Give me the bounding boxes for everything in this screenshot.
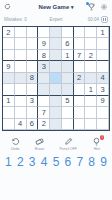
cell-r1c6[interactable]	[62, 27, 74, 38]
cell-r7c7[interactable]	[74, 96, 86, 107]
undo-button[interactable]: Undo	[11, 137, 20, 151]
cell-r7c1[interactable]: 1	[3, 96, 15, 107]
cell-r4c7[interactable]	[74, 61, 86, 72]
cell-r7c5[interactable]	[50, 96, 62, 107]
erase-label: Erase	[35, 147, 44, 151]
hint-button[interactable]: 1 Hint	[92, 137, 101, 151]
cell-r7c8[interactable]	[85, 96, 97, 107]
numpad-7[interactable]: 7	[76, 156, 83, 168]
cell-r4c1[interactable]: 9	[3, 61, 15, 72]
cell-r9c4[interactable]: 2	[38, 119, 50, 130]
cell-r1c4[interactable]	[38, 27, 50, 38]
cell-r8c6[interactable]	[62, 107, 74, 118]
cell-r9c1[interactable]	[3, 119, 15, 130]
cell-r3c1[interactable]	[3, 50, 15, 61]
cell-r9c5[interactable]	[50, 119, 62, 130]
cell-r9c6[interactable]	[62, 119, 74, 130]
cell-r3c7[interactable]: 7	[74, 50, 86, 61]
cell-r2c6[interactable]: 6	[62, 38, 74, 49]
top-bar: New Game ▾	[0, 0, 112, 13]
numpad-3[interactable]: 3	[29, 156, 36, 168]
difficulty-label: Expert	[40, 17, 72, 22]
cell-r7c2[interactable]	[15, 96, 27, 107]
page-title: New Game	[39, 4, 70, 10]
cell-r2c8[interactable]	[85, 38, 97, 49]
mistakes-counter: Mistakes: 0	[4, 17, 40, 22]
notification-dot	[86, 2, 89, 5]
cell-r6c7[interactable]	[74, 84, 86, 95]
numpad-1[interactable]: 1	[5, 156, 12, 168]
cell-r6c5[interactable]	[50, 84, 62, 95]
trophy-icon[interactable]	[88, 3, 95, 11]
cell-r3c5[interactable]	[50, 50, 62, 61]
pencil-button[interactable]: Pencil OFF	[59, 137, 77, 151]
cell-r5c1[interactable]	[3, 73, 15, 84]
cell-r5c6[interactable]	[62, 73, 74, 84]
cell-r4c6[interactable]	[62, 61, 74, 72]
cell-r3c2[interactable]	[15, 50, 27, 61]
cell-r7c6[interactable]: 5	[62, 96, 74, 107]
cell-r1c1[interactable]: 2	[3, 27, 15, 38]
cell-r1c3[interactable]	[27, 27, 39, 38]
cell-r2c7[interactable]	[74, 38, 86, 49]
cell-r7c9[interactable]: 9	[97, 96, 109, 107]
numpad-9[interactable]: 9	[100, 156, 107, 168]
timer: 00:04	[88, 17, 99, 22]
cell-r6c3[interactable]	[27, 84, 39, 95]
cell-r2c3[interactable]	[27, 38, 39, 49]
cell-r5c9[interactable]: 4	[97, 73, 109, 84]
cell-r6c6[interactable]	[62, 84, 74, 95]
cell-r6c4[interactable]	[38, 84, 50, 95]
undo-label: Undo	[11, 147, 19, 151]
cell-r9c2[interactable]: 4	[15, 119, 27, 130]
pencil-label: Pencil OFF	[59, 147, 77, 151]
cell-r1c8[interactable]	[85, 27, 97, 38]
cell-r1c5[interactable]	[50, 27, 62, 38]
cell-r8c9[interactable]	[97, 107, 109, 118]
cell-r6c8[interactable]: 1	[85, 84, 97, 95]
undo-icon	[11, 137, 20, 146]
numpad-4[interactable]: 4	[41, 156, 48, 168]
cell-r1c2[interactable]	[15, 27, 27, 38]
back-icon[interactable]	[4, 3, 11, 10]
cell-r2c1[interactable]	[3, 38, 15, 49]
cell-r8c7[interactable]	[74, 107, 86, 118]
cell-r4c9[interactable]	[97, 61, 109, 72]
cell-r8c3[interactable]	[27, 107, 39, 118]
cell-r2c5[interactable]	[50, 38, 62, 49]
status-row: Mistakes: 0 Expert 00:04	[0, 13, 112, 25]
cell-r5c7[interactable]: 2	[74, 73, 86, 84]
numpad-5[interactable]: 5	[53, 156, 60, 168]
cell-r9c8[interactable]	[85, 119, 97, 130]
cell-r8c1[interactable]	[3, 107, 15, 118]
pause-button[interactable]	[101, 16, 108, 23]
sudoku-app: New Game ▾ Mi	[0, 0, 112, 200]
numpad-8[interactable]: 8	[88, 156, 95, 168]
cell-r4c2[interactable]	[15, 61, 27, 72]
toolbar: Undo Erase Pencil OFF 1 Hint	[0, 137, 112, 151]
eraser-icon	[35, 137, 44, 146]
cell-r9c9[interactable]	[97, 119, 109, 130]
cell-r5c2[interactable]	[15, 73, 27, 84]
cell-r3c6[interactable]: 1	[62, 50, 74, 61]
numpad-2[interactable]: 2	[17, 156, 24, 168]
cell-r3c9[interactable]	[97, 50, 109, 61]
cell-r1c9[interactable]: 1	[97, 27, 109, 38]
cell-r4c4[interactable]: 3	[38, 61, 50, 72]
cell-r4c8[interactable]	[85, 61, 97, 72]
numpad-6[interactable]: 6	[65, 156, 72, 168]
cell-r4c5[interactable]	[50, 61, 62, 72]
cell-r8c4[interactable]: 7	[38, 107, 50, 118]
pencil-icon	[64, 137, 73, 146]
hint-badge: 1	[100, 135, 105, 140]
cell-r3c3[interactable]	[27, 50, 39, 61]
cell-r4c3[interactable]	[27, 61, 39, 72]
cell-r5c8[interactable]	[85, 73, 97, 84]
cell-r2c4[interactable]: 9	[38, 38, 50, 49]
cell-r8c8[interactable]	[85, 107, 97, 118]
erase-button[interactable]: Erase	[35, 137, 44, 151]
cell-r7c3[interactable]: 3	[27, 96, 39, 107]
cell-r5c4[interactable]	[38, 73, 50, 84]
sudoku-board: 21968172938241313597462	[2, 26, 110, 131]
new-game-dropdown[interactable]: New Game ▾	[28, 4, 84, 10]
number-pad: 123456789	[0, 156, 112, 168]
cell-r9c7[interactable]	[74, 119, 86, 130]
hint-label: Hint	[94, 147, 100, 151]
cell-r9c3[interactable]: 6	[27, 119, 39, 130]
cell-r6c2[interactable]	[15, 84, 27, 95]
cell-r1c7[interactable]	[74, 27, 86, 38]
chevron-down-icon: ▾	[71, 4, 74, 10]
cell-r6c1[interactable]	[3, 84, 15, 95]
cell-r3c4[interactable]: 8	[38, 50, 50, 61]
cell-r8c5[interactable]	[50, 107, 62, 118]
gear-icon[interactable]	[100, 3, 108, 11]
cell-r5c3[interactable]: 8	[27, 73, 39, 84]
cell-r2c9[interactable]	[97, 38, 109, 49]
cell-r7c4[interactable]	[38, 96, 50, 107]
cell-r2c2[interactable]	[15, 38, 27, 49]
cell-r5c5[interactable]	[50, 73, 62, 84]
cell-r3c8[interactable]: 2	[85, 50, 97, 61]
cell-r6c9[interactable]: 3	[97, 84, 109, 95]
cell-r8c2[interactable]	[15, 107, 27, 118]
